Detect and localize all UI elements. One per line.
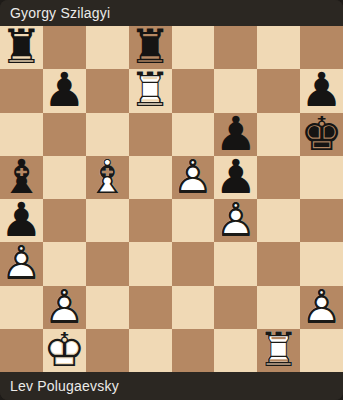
square-g7[interactable] bbox=[257, 69, 300, 112]
white-rook-outline-icon: ♖ bbox=[129, 68, 172, 111]
square-g6[interactable] bbox=[257, 113, 300, 156]
square-h4[interactable] bbox=[300, 199, 343, 242]
square-e2[interactable] bbox=[172, 286, 215, 329]
square-h2[interactable]: ♟♙ bbox=[300, 286, 343, 329]
white-pawn-outline-icon: ♙ bbox=[0, 241, 43, 284]
black-king[interactable]: ♚ bbox=[300, 113, 343, 156]
square-d5[interactable] bbox=[129, 156, 172, 199]
square-b6[interactable] bbox=[43, 113, 86, 156]
white-rook[interactable]: ♜♖ bbox=[129, 69, 172, 112]
white-king[interactable]: ♚♔ bbox=[43, 329, 86, 372]
white-pawn[interactable]: ♟♙ bbox=[300, 286, 343, 329]
chess-app-window: Gyorgy Szilagyi ♜♜♟♜♖♟♟♚♝♝♗♟♙♟♟♟♙♟♙♟♙♟♙♚… bbox=[0, 0, 343, 400]
square-d6[interactable] bbox=[129, 113, 172, 156]
square-f1[interactable] bbox=[214, 329, 257, 372]
square-d4[interactable] bbox=[129, 199, 172, 242]
white-bishop[interactable]: ♝♗ bbox=[86, 156, 129, 199]
square-g1[interactable]: ♜♖ bbox=[257, 329, 300, 372]
black-rook-icon: ♜ bbox=[0, 25, 43, 68]
square-f3[interactable] bbox=[214, 242, 257, 285]
square-e3[interactable] bbox=[172, 242, 215, 285]
square-h5[interactable] bbox=[300, 156, 343, 199]
square-g4[interactable] bbox=[257, 199, 300, 242]
black-pawn[interactable]: ♟ bbox=[43, 69, 86, 112]
white-pawn-outline-icon: ♙ bbox=[172, 155, 215, 198]
white-bishop-outline-icon: ♗ bbox=[86, 155, 129, 198]
square-e7[interactable] bbox=[172, 69, 215, 112]
square-b7[interactable]: ♟ bbox=[43, 69, 86, 112]
player-bottom-name: Lev Polugaevsky bbox=[10, 378, 119, 394]
square-d2[interactable] bbox=[129, 286, 172, 329]
square-g5[interactable] bbox=[257, 156, 300, 199]
square-c3[interactable] bbox=[86, 242, 129, 285]
white-king-outline-icon: ♔ bbox=[43, 328, 86, 371]
square-c4[interactable] bbox=[86, 199, 129, 242]
square-g3[interactable] bbox=[257, 242, 300, 285]
square-f2[interactable] bbox=[214, 286, 257, 329]
black-king-icon: ♚ bbox=[300, 112, 343, 155]
square-e8[interactable] bbox=[172, 26, 215, 69]
square-c5[interactable]: ♝♗ bbox=[86, 156, 129, 199]
square-f4[interactable]: ♟♙ bbox=[214, 199, 257, 242]
square-b5[interactable] bbox=[43, 156, 86, 199]
white-rook[interactable]: ♜♖ bbox=[257, 329, 300, 372]
black-pawn-icon: ♟ bbox=[43, 68, 86, 111]
square-e4[interactable] bbox=[172, 199, 215, 242]
square-a8[interactable]: ♜ bbox=[0, 26, 43, 69]
square-c1[interactable] bbox=[86, 329, 129, 372]
square-b1[interactable]: ♚♔ bbox=[43, 329, 86, 372]
square-e5[interactable]: ♟♙ bbox=[172, 156, 215, 199]
square-d3[interactable] bbox=[129, 242, 172, 285]
square-g8[interactable] bbox=[257, 26, 300, 69]
white-pawn[interactable]: ♟♙ bbox=[172, 156, 215, 199]
square-h6[interactable]: ♚ bbox=[300, 113, 343, 156]
white-pawn-outline-icon: ♙ bbox=[214, 198, 257, 241]
square-a3[interactable]: ♟♙ bbox=[0, 242, 43, 285]
square-d7[interactable]: ♜♖ bbox=[129, 69, 172, 112]
white-pawn[interactable]: ♟♙ bbox=[214, 199, 257, 242]
square-d1[interactable] bbox=[129, 329, 172, 372]
square-c8[interactable] bbox=[86, 26, 129, 69]
square-a7[interactable] bbox=[0, 69, 43, 112]
square-b4[interactable] bbox=[43, 199, 86, 242]
black-rook[interactable]: ♜ bbox=[0, 26, 43, 69]
white-pawn-outline-icon: ♙ bbox=[300, 285, 343, 328]
white-rook-outline-icon: ♖ bbox=[257, 328, 300, 371]
square-a1[interactable] bbox=[0, 329, 43, 372]
square-f8[interactable] bbox=[214, 26, 257, 69]
square-e1[interactable] bbox=[172, 329, 215, 372]
square-c7[interactable] bbox=[86, 69, 129, 112]
square-a2[interactable] bbox=[0, 286, 43, 329]
player-top-bar: Gyorgy Szilagyi bbox=[0, 0, 343, 26]
chess-board: ♜♜♟♜♖♟♟♚♝♝♗♟♙♟♟♟♙♟♙♟♙♟♙♚♔♜♖ bbox=[0, 26, 343, 372]
white-pawn[interactable]: ♟♙ bbox=[0, 242, 43, 285]
square-c2[interactable] bbox=[86, 286, 129, 329]
square-h1[interactable] bbox=[300, 329, 343, 372]
